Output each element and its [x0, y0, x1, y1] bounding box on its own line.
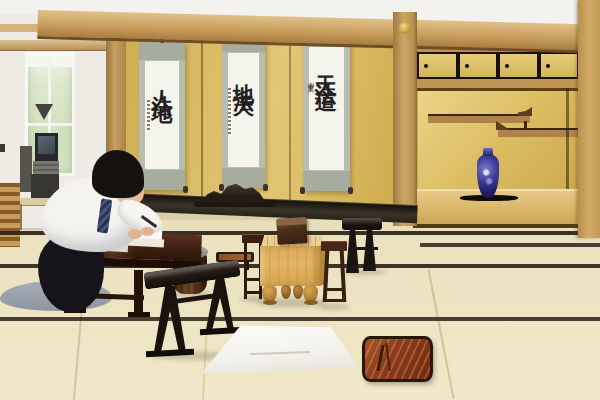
- scroll-signature-marks: [228, 88, 231, 136]
- komadai-shadow: [318, 304, 350, 310]
- scroll-kanji: 地法天: [230, 67, 258, 88]
- board-file: [268, 236, 275, 246]
- tray-grain: [376, 345, 384, 371]
- cabinet-door: [541, 54, 578, 77]
- center-pillar: [393, 12, 417, 226]
- cabinet-pull: [465, 64, 469, 68]
- alcove-gold-wall: [418, 88, 580, 192]
- scroll-rod-knob: [219, 184, 224, 191]
- dark-triangle-decoration: [35, 104, 53, 120]
- wall-rail: [0, 40, 110, 51]
- shelf-support: [566, 88, 569, 192]
- cabinet-door: [500, 54, 537, 77]
- monitor-screen: [38, 136, 55, 154]
- komadai-left-stretcher: [245, 291, 261, 294]
- scroll-rod-knob: [348, 187, 353, 194]
- rear-bench-stretcher: [349, 247, 378, 250]
- komadai-right-stretcher: [325, 299, 345, 302]
- person-hand: [141, 227, 154, 236]
- board-foot: [304, 300, 318, 305]
- cabinet-door: [419, 54, 456, 77]
- scroll-rod-knob: [263, 184, 268, 191]
- scroll-band: [139, 42, 185, 60]
- brass-ornament: [399, 22, 411, 34]
- scroll-band: [222, 168, 265, 188]
- scroll-rod-knob: [300, 187, 305, 194]
- monitor: [35, 133, 58, 162]
- calligraphy-scroll-left: 人法地: [139, 42, 185, 190]
- piece-box: [276, 217, 307, 245]
- wood-slat-rack: [0, 183, 20, 247]
- person-hand: [128, 229, 142, 239]
- blue-porcelain-vase: [477, 154, 499, 198]
- scroll-band: [139, 170, 185, 190]
- scroll-signature-marks: [147, 100, 150, 130]
- gold-panel-joint: [289, 34, 291, 206]
- staggered-shelf-lower: [498, 128, 588, 137]
- vase-neck: [483, 148, 493, 156]
- rear-bench-seat: [342, 218, 382, 230]
- piece-box-lid: [276, 217, 306, 226]
- scroll-kanji: 人法地: [148, 72, 176, 93]
- scroll-rod-knob: [183, 186, 188, 193]
- tatami-heri: [0, 317, 600, 321]
- tatami-heri: [420, 243, 600, 247]
- tray-grain: [385, 343, 391, 371]
- right-pillar: [578, 0, 600, 238]
- scroll-signature: 十四世名人: [308, 78, 315, 83]
- komadai-right-stretcher: [325, 288, 345, 291]
- gold-panel-joint: [201, 34, 203, 206]
- shogi-board: [260, 246, 320, 286]
- cabinet-pull: [505, 64, 509, 68]
- cabinet-pull: [546, 64, 550, 68]
- cabinet-shelf-board: [412, 79, 588, 91]
- scroll-kanji: 天法道: [312, 58, 342, 79]
- komadai-left-stretcher: [245, 278, 261, 281]
- shogi-room-photo: 人法地 地法天 天法道 十四世名人: [0, 0, 600, 400]
- board-foot: [263, 300, 277, 305]
- staggered-shelf-upper: [428, 114, 530, 123]
- av-deck: [33, 161, 59, 175]
- board-file: [309, 236, 316, 246]
- cabinet-pull: [424, 64, 428, 68]
- door-handle: [0, 144, 5, 152]
- writing-table-foot: [128, 312, 150, 317]
- writing-table-leg: [134, 270, 143, 314]
- cabinet-door: [460, 54, 497, 77]
- calligraphy-scroll-right: 天法道: [303, 28, 350, 191]
- alcove-cabinets: [417, 52, 579, 79]
- scroll-band: [303, 171, 350, 191]
- wooden-tray: [362, 336, 433, 382]
